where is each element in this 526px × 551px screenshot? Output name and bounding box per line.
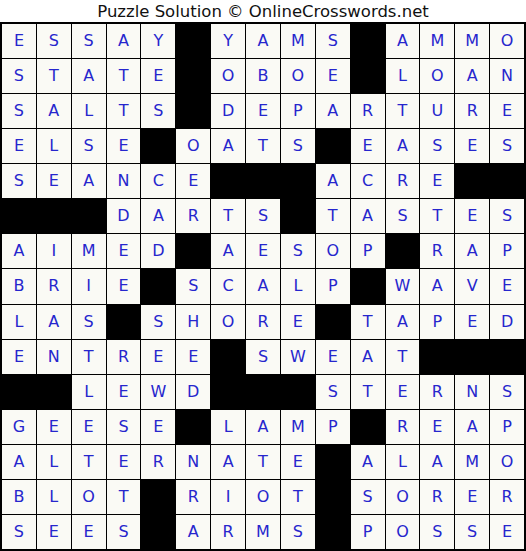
letter-cell-r9c1: L [2, 305, 36, 339]
block-cell-r1c11 [351, 24, 385, 58]
letter-cell-r3c2: A [37, 94, 71, 128]
letter-cell-r4c13: S [420, 129, 454, 163]
page-title: Puzzle Solution © OnlineCrosswords.net [97, 2, 429, 21]
letter-cell-r1c15: O [490, 24, 524, 58]
letter-cell-r8c4: E [107, 269, 141, 303]
letter-cell-r15c12: O [386, 515, 420, 549]
letter-cell-r3c5: S [141, 94, 175, 128]
letter-cell-r14c1: B [2, 480, 36, 514]
letter-cell-r11c10: S [316, 375, 350, 409]
letter-cell-r2c4: T [107, 59, 141, 93]
letter-cell-r5c13: E [420, 164, 454, 198]
letter-cell-r3c3: L [72, 94, 106, 128]
letter-cell-r10c6: E [176, 340, 210, 374]
letter-cell-r4c14: E [455, 129, 489, 163]
block-cell-r6c2 [37, 199, 71, 233]
block-cell-r5c15 [490, 164, 524, 198]
letter-cell-r1c12: A [386, 24, 420, 58]
letter-cell-r14c6: R [176, 480, 210, 514]
letter-cell-r4c9: S [281, 129, 315, 163]
letter-cell-r3c4: T [107, 94, 141, 128]
letter-cell-r7c10: O [316, 234, 350, 268]
letter-cell-r8c10: P [316, 269, 350, 303]
letter-cell-r15c14: S [455, 515, 489, 549]
letter-cell-r7c5: D [141, 234, 175, 268]
letter-cell-r1c5: Y [141, 24, 175, 58]
letter-cell-r5c12: R [386, 164, 420, 198]
letter-cell-r1c3: S [72, 24, 106, 58]
letter-cell-r2c14: A [455, 59, 489, 93]
block-cell-r15c10 [316, 515, 350, 549]
block-cell-r11c8 [246, 375, 280, 409]
letter-cell-r15c15: E [490, 515, 524, 549]
letter-cell-r5c4: N [107, 164, 141, 198]
letter-cell-r6c5: A [141, 199, 175, 233]
letter-cell-r11c12: E [386, 375, 420, 409]
block-cell-r11c7 [211, 375, 245, 409]
block-cell-r10c15 [490, 340, 524, 374]
letter-cell-r10c5: E [141, 340, 175, 374]
block-cell-r2c6 [176, 59, 210, 93]
block-cell-r3c6 [176, 94, 210, 128]
letter-cell-r6c14: E [455, 199, 489, 233]
letter-cell-r4c11: E [351, 129, 385, 163]
letter-cell-r3c11: R [351, 94, 385, 128]
letter-cell-r7c11: P [351, 234, 385, 268]
letter-cell-r13c8: T [246, 445, 280, 479]
block-cell-r1c6 [176, 24, 210, 58]
letter-cell-r13c13: A [420, 445, 454, 479]
letter-cell-r14c12: O [386, 480, 420, 514]
letter-cell-r4c6: O [176, 129, 210, 163]
block-cell-r8c5 [141, 269, 175, 303]
letter-cell-r3c13: U [420, 94, 454, 128]
letter-cell-r9c8: R [246, 305, 280, 339]
letter-cell-r12c2: E [37, 410, 71, 444]
letter-cell-r9c7: O [211, 305, 245, 339]
letter-cell-r12c14: A [455, 410, 489, 444]
letter-cell-r6c12: S [386, 199, 420, 233]
letter-cell-r5c11: C [351, 164, 385, 198]
letter-cell-r10c10: E [316, 340, 350, 374]
letter-cell-r10c12: T [386, 340, 420, 374]
block-cell-r7c12 [386, 234, 420, 268]
letter-cell-r8c1: B [2, 269, 36, 303]
block-cell-r4c5 [141, 129, 175, 163]
letter-cell-r2c12: L [386, 59, 420, 93]
letter-cell-r13c12: L [386, 445, 420, 479]
letter-cell-r14c4: T [107, 480, 141, 514]
letter-cell-r11c15: S [490, 375, 524, 409]
letter-cell-r3c15: E [490, 94, 524, 128]
letter-cell-r14c7: I [211, 480, 245, 514]
block-cell-r5c9 [281, 164, 315, 198]
letter-cell-r7c7: A [211, 234, 245, 268]
letter-cell-r2c15: N [490, 59, 524, 93]
letter-cell-r14c14: E [455, 480, 489, 514]
letter-cell-r12c1: G [2, 410, 36, 444]
block-cell-r9c10 [316, 305, 350, 339]
letter-cell-r3c10: A [316, 94, 350, 128]
letter-cell-r5c6: E [176, 164, 210, 198]
letter-cell-r6c8: S [246, 199, 280, 233]
letter-cell-r9c13: P [420, 305, 454, 339]
block-cell-r9c4 [107, 305, 141, 339]
letter-cell-r9c11: T [351, 305, 385, 339]
letter-cell-r7c14: A [455, 234, 489, 268]
letter-cell-r7c8: E [246, 234, 280, 268]
letter-cell-r7c1: A [2, 234, 36, 268]
letter-cell-r13c4: E [107, 445, 141, 479]
letter-cell-r9c5: S [141, 305, 175, 339]
letter-cell-r4c4: E [107, 129, 141, 163]
letter-cell-r12c3: E [72, 410, 106, 444]
letter-cell-r2c10: E [316, 59, 350, 93]
letter-cell-r3c7: D [211, 94, 245, 128]
block-cell-r6c3 [72, 199, 106, 233]
title-bar: Puzzle Solution © OnlineCrosswords.net [0, 0, 526, 22]
letter-cell-r1c2: S [37, 24, 71, 58]
block-cell-r11c9 [281, 375, 315, 409]
letter-cell-r12c15: P [490, 410, 524, 444]
letter-cell-r8c12: W [386, 269, 420, 303]
letter-cell-r11c14: N [455, 375, 489, 409]
letter-cell-r7c3: M [72, 234, 106, 268]
letter-cell-r10c9: W [281, 340, 315, 374]
letter-cell-r8c13: A [420, 269, 454, 303]
letter-cell-r12c8: A [246, 410, 280, 444]
letter-cell-r9c2: A [37, 305, 71, 339]
letter-cell-r1c8: A [246, 24, 280, 58]
letter-cell-r4c15: S [490, 129, 524, 163]
letter-cell-r2c3: A [72, 59, 106, 93]
letter-cell-r14c11: S [351, 480, 385, 514]
block-cell-r8c11 [351, 269, 385, 303]
letter-cell-r9c14: E [455, 305, 489, 339]
letter-cell-r8c3: I [72, 269, 106, 303]
letter-cell-r12c10: P [316, 410, 350, 444]
letter-cell-r15c8: M [246, 515, 280, 549]
letter-cell-r10c3: T [72, 340, 106, 374]
letter-cell-r13c9: E [281, 445, 315, 479]
letter-cell-r6c10: T [316, 199, 350, 233]
letter-cell-r2c2: T [37, 59, 71, 93]
letter-cell-r6c4: D [107, 199, 141, 233]
letter-cell-r14c15: R [490, 480, 524, 514]
block-cell-r14c10 [316, 480, 350, 514]
letter-cell-r12c7: L [211, 410, 245, 444]
letter-cell-r7c15: P [490, 234, 524, 268]
crossword-grid: ESSAYYAMSAMMOSTATEOBOELOANSALTSDEPARTURE… [0, 22, 526, 551]
letter-cell-r6c13: T [420, 199, 454, 233]
letter-cell-r5c1: S [2, 164, 36, 198]
block-cell-r12c11 [351, 410, 385, 444]
block-cell-r5c7 [211, 164, 245, 198]
block-cell-r10c13 [420, 340, 454, 374]
block-cell-r2c11 [351, 59, 385, 93]
block-cell-r7c6 [176, 234, 210, 268]
letter-cell-r5c10: A [316, 164, 350, 198]
letter-cell-r11c5: W [141, 375, 175, 409]
letter-cell-r1c14: M [455, 24, 489, 58]
block-cell-r5c14 [455, 164, 489, 198]
block-cell-r14c5 [141, 480, 175, 514]
block-cell-r13c10 [316, 445, 350, 479]
letter-cell-r6c15: S [490, 199, 524, 233]
letter-cell-r10c2: N [37, 340, 71, 374]
letter-cell-r8c15: E [490, 269, 524, 303]
letter-cell-r7c4: E [107, 234, 141, 268]
letter-cell-r10c8: S [246, 340, 280, 374]
letter-cell-r14c2: L [37, 480, 71, 514]
letter-cell-r1c4: A [107, 24, 141, 58]
letter-cell-r13c11: A [351, 445, 385, 479]
block-cell-r4c10 [316, 129, 350, 163]
letter-cell-r11c4: E [107, 375, 141, 409]
letter-cell-r3c8: E [246, 94, 280, 128]
block-cell-r10c14 [455, 340, 489, 374]
letter-cell-r5c5: C [141, 164, 175, 198]
letter-cell-r13c2: L [37, 445, 71, 479]
letter-cell-r2c8: B [246, 59, 280, 93]
letter-cell-r4c1: E [2, 129, 36, 163]
letter-cell-r6c11: A [351, 199, 385, 233]
letter-cell-r1c7: Y [211, 24, 245, 58]
letter-cell-r15c1: S [2, 515, 36, 549]
letter-cell-r2c5: E [141, 59, 175, 93]
letter-cell-r1c13: M [420, 24, 454, 58]
letter-cell-r15c9: S [281, 515, 315, 549]
letter-cell-r1c10: S [316, 24, 350, 58]
letter-cell-r13c7: A [211, 445, 245, 479]
letter-cell-r8c14: V [455, 269, 489, 303]
block-cell-r6c1 [2, 199, 36, 233]
letter-cell-r2c1: S [2, 59, 36, 93]
letter-cell-r4c2: L [37, 129, 71, 163]
letter-cell-r8c7: C [211, 269, 245, 303]
letter-cell-r1c1: E [2, 24, 36, 58]
letter-cell-r13c14: M [455, 445, 489, 479]
letter-cell-r7c2: I [37, 234, 71, 268]
letter-cell-r3c14: R [455, 94, 489, 128]
block-cell-r11c2 [37, 375, 71, 409]
letter-cell-r8c8: A [246, 269, 280, 303]
letter-cell-r15c3: E [72, 515, 106, 549]
letter-cell-r12c5: E [141, 410, 175, 444]
letter-cell-r12c12: R [386, 410, 420, 444]
letter-cell-r11c3: L [72, 375, 106, 409]
letter-cell-r8c6: S [176, 269, 210, 303]
letter-cell-r15c4: S [107, 515, 141, 549]
letter-cell-r15c6: A [176, 515, 210, 549]
letter-cell-r15c11: P [351, 515, 385, 549]
letter-cell-r1c9: M [281, 24, 315, 58]
block-cell-r10c7 [211, 340, 245, 374]
block-cell-r6c9 [281, 199, 315, 233]
letter-cell-r6c6: R [176, 199, 210, 233]
letter-cell-r7c9: S [281, 234, 315, 268]
letter-cell-r5c3: A [72, 164, 106, 198]
letter-cell-r12c9: M [281, 410, 315, 444]
letter-cell-r6c7: T [211, 199, 245, 233]
letter-cell-r13c6: N [176, 445, 210, 479]
letter-cell-r14c3: O [72, 480, 106, 514]
letter-cell-r2c9: O [281, 59, 315, 93]
letter-cell-r8c2: R [37, 269, 71, 303]
letter-cell-r13c15: O [490, 445, 524, 479]
letter-cell-r14c13: R [420, 480, 454, 514]
puzzle-solution-page: Puzzle Solution © OnlineCrosswords.net E… [0, 0, 526, 551]
letter-cell-r12c4: S [107, 410, 141, 444]
letter-cell-r14c9: T [281, 480, 315, 514]
letter-cell-r15c2: E [37, 515, 71, 549]
letter-cell-r12c13: E [420, 410, 454, 444]
block-cell-r5c8 [246, 164, 280, 198]
block-cell-r15c5 [141, 515, 175, 549]
letter-cell-r10c11: A [351, 340, 385, 374]
letter-cell-r14c8: O [246, 480, 280, 514]
letter-cell-r3c9: P [281, 94, 315, 128]
letter-cell-r13c3: T [72, 445, 106, 479]
letter-cell-r9c15: D [490, 305, 524, 339]
letter-cell-r9c12: A [386, 305, 420, 339]
letter-cell-r3c1: S [2, 94, 36, 128]
letter-cell-r4c7: A [211, 129, 245, 163]
letter-cell-r2c7: O [211, 59, 245, 93]
letter-cell-r10c1: E [2, 340, 36, 374]
letter-cell-r11c6: D [176, 375, 210, 409]
letter-cell-r9c6: H [176, 305, 210, 339]
letter-cell-r10c4: R [107, 340, 141, 374]
block-cell-r12c6 [176, 410, 210, 444]
letter-cell-r2c13: O [420, 59, 454, 93]
letter-cell-r15c7: R [211, 515, 245, 549]
letter-cell-r7c13: R [420, 234, 454, 268]
letter-cell-r5c2: E [37, 164, 71, 198]
letter-cell-r4c12: A [386, 129, 420, 163]
letter-cell-r9c3: S [72, 305, 106, 339]
letter-cell-r3c12: T [386, 94, 420, 128]
letter-cell-r4c3: S [72, 129, 106, 163]
letter-cell-r13c1: A [2, 445, 36, 479]
block-cell-r11c1 [2, 375, 36, 409]
letter-cell-r9c9: E [281, 305, 315, 339]
letter-cell-r15c13: S [420, 515, 454, 549]
letter-cell-r11c11: T [351, 375, 385, 409]
letter-cell-r13c5: R [141, 445, 175, 479]
letter-cell-r11c13: R [420, 375, 454, 409]
letter-cell-r4c8: T [246, 129, 280, 163]
letter-cell-r8c9: L [281, 269, 315, 303]
